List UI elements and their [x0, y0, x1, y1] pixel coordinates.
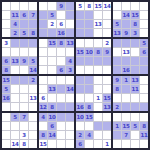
cell-r9c15[interactable]: 13 [131, 76, 139, 84]
cell-r10c1[interactable]: 5 [2, 85, 10, 93]
cell-r4c2[interactable]: 2 [11, 29, 19, 37]
cell-r13c8[interactable] [66, 113, 74, 121]
cell-r3c3[interactable] [20, 20, 28, 28]
cell-r16c10[interactable] [85, 140, 93, 148]
cell-r2c3[interactable]: 6 [20, 11, 28, 19]
cell-r15c14[interactable]: 7 [122, 131, 130, 139]
cell-r8c3[interactable] [20, 66, 28, 74]
cell-r2c11[interactable] [94, 11, 102, 19]
cell-r9c12[interactable] [103, 76, 111, 84]
cell-r2c14[interactable]: 14 [122, 11, 130, 19]
cell-r3c11[interactable]: 13 [94, 20, 102, 28]
cell-r13c12[interactable] [103, 113, 111, 121]
cell-r1c15[interactable] [131, 2, 139, 10]
cell-r3c10[interactable] [85, 20, 93, 28]
cell-r3c6[interactable]: 2 [48, 20, 56, 28]
sudoku-board: 9581514116751415426135825816139331581325… [0, 0, 150, 150]
cell-r8c11[interactable] [94, 66, 102, 74]
cell-r11c3[interactable] [20, 94, 28, 102]
cell-r5c12[interactable]: 2 [103, 39, 111, 47]
cell-r8c10[interactable] [85, 66, 93, 74]
cell-r2c10[interactable] [85, 11, 93, 19]
cell-r14c11[interactable] [94, 122, 102, 130]
cell-r10c3[interactable] [20, 85, 28, 93]
cell-r9c2[interactable] [11, 76, 19, 84]
cell-r6c6[interactable] [48, 48, 56, 56]
cell-r10c11[interactable] [94, 85, 102, 93]
cell-r15c8[interactable] [66, 131, 74, 139]
cell-r13c16[interactable] [140, 113, 148, 121]
cell-r4c13[interactable]: 13 [113, 29, 121, 37]
cell-r11c12[interactable]: 15 [103, 94, 111, 102]
cell-r7c8[interactable]: 4 [66, 57, 74, 65]
cell-r5c2[interactable] [11, 39, 19, 47]
cell-r5c7[interactable]: 8 [57, 39, 65, 47]
cell-r6c2[interactable] [11, 48, 19, 56]
cell-r1c11[interactable]: 15 [94, 2, 102, 10]
cell-r3c2[interactable]: 4 [11, 20, 19, 28]
cell-r11c2[interactable] [11, 94, 19, 102]
cell-r13c9[interactable]: 10 [76, 113, 84, 121]
cell-r14c14[interactable]: 15 [122, 122, 130, 130]
cell-r16c12[interactable]: 1 [103, 140, 111, 148]
cell-r2c2[interactable]: 11 [11, 11, 19, 19]
cell-r3c5[interactable] [39, 20, 47, 28]
cell-r2c13[interactable] [113, 11, 121, 19]
cell-r10c5[interactable] [39, 85, 47, 93]
cell-r10c13[interactable]: 8 [113, 85, 121, 93]
cell-r13c11[interactable] [94, 113, 102, 121]
cell-r6c10[interactable]: 10 [85, 48, 93, 56]
cell-r7c16[interactable] [140, 57, 148, 65]
cell-r6c12[interactable]: 9 [103, 48, 111, 56]
cell-r4c3[interactable]: 5 [20, 29, 28, 37]
cell-r2c15[interactable]: 15 [131, 11, 139, 19]
cell-r16c1[interactable] [2, 140, 10, 148]
cell-r7c11[interactable] [94, 57, 102, 65]
cell-r14c10[interactable] [85, 122, 93, 130]
cell-r6c15[interactable] [131, 48, 139, 56]
cell-r7c10[interactable] [85, 57, 93, 65]
cell-r12c10[interactable]: 8 [85, 103, 93, 111]
cell-r7c6[interactable] [48, 57, 56, 65]
cell-r12c11[interactable] [94, 103, 102, 111]
cell-r3c9[interactable] [76, 20, 84, 28]
cell-r11c4[interactable]: 13 [29, 94, 37, 102]
cell-r7c1[interactable]: 6 [2, 57, 10, 65]
grid-thick-line-horizontal [0, 111, 150, 113]
cell-r15c13[interactable] [113, 131, 121, 139]
cell-r8c4[interactable]: 14 [29, 66, 37, 74]
cell-r5c10[interactable] [85, 39, 93, 47]
cell-r5c3[interactable] [20, 39, 28, 47]
cell-r14c5[interactable] [39, 122, 47, 130]
cell-r3c13[interactable]: 5 [113, 20, 121, 28]
cell-r15c3[interactable]: 3 [20, 131, 28, 139]
cell-r11c15[interactable] [131, 94, 139, 102]
cell-r1c1[interactable] [2, 2, 10, 10]
cell-r11c7[interactable] [57, 94, 65, 102]
cell-r13c3[interactable]: 7 [20, 113, 28, 121]
cell-r4c4[interactable]: 8 [29, 29, 37, 37]
cell-r16c4[interactable] [29, 140, 37, 148]
cell-r5c8[interactable]: 13 [66, 39, 74, 47]
cell-r12c7[interactable] [57, 103, 65, 111]
cell-r7c15[interactable] [131, 57, 139, 65]
cell-r9c9[interactable] [76, 76, 84, 84]
cell-r11c13[interactable] [113, 94, 121, 102]
cell-r15c11[interactable] [94, 131, 102, 139]
cell-r12c14[interactable] [122, 103, 130, 111]
cell-r16c7[interactable] [57, 140, 65, 148]
cell-r1c6[interactable] [48, 2, 56, 10]
cell-r12c15[interactable] [131, 103, 139, 111]
grid-thick-line-vertical [111, 0, 113, 150]
cell-r9c14[interactable]: 1 [122, 76, 130, 84]
cell-r16c16[interactable] [140, 140, 148, 148]
cell-r4c11[interactable] [94, 29, 102, 37]
cell-r14c8[interactable] [66, 122, 74, 130]
cell-r8c14[interactable]: 16 [122, 66, 130, 74]
cell-r11c5[interactable]: 6 [39, 94, 47, 102]
cell-r1c4[interactable] [29, 2, 37, 10]
cell-r14c16[interactable]: 8 [140, 122, 148, 130]
cell-r13c4[interactable] [29, 113, 37, 121]
cell-r5c11[interactable] [94, 39, 102, 47]
cell-r1c16[interactable] [140, 2, 148, 10]
cell-r2c9[interactable] [76, 11, 84, 19]
cell-r1c14[interactable] [122, 2, 130, 10]
cell-r8c13[interactable] [113, 66, 121, 74]
cell-r8c2[interactable] [11, 66, 19, 74]
cell-r13c14[interactable] [122, 113, 130, 121]
cell-r15c15[interactable] [131, 131, 139, 139]
cell-r1c13[interactable] [113, 2, 121, 10]
cell-r11c1[interactable]: 16 [2, 94, 10, 102]
cell-r10c12[interactable] [103, 85, 111, 93]
cell-r5c6[interactable]: 15 [48, 39, 56, 47]
cell-r14c12[interactable] [103, 122, 111, 130]
cell-r11c14[interactable] [122, 94, 130, 102]
cell-r2c8[interactable] [66, 11, 74, 19]
cell-r15c10[interactable]: 4 [85, 131, 93, 139]
cell-r12c16[interactable] [140, 103, 148, 111]
cell-r13c10[interactable]: 15 [85, 113, 93, 121]
cell-r15c2[interactable] [11, 131, 19, 139]
cell-r3c7[interactable]: 6 [57, 20, 65, 28]
cell-r6c8[interactable] [66, 48, 74, 56]
cell-r13c1[interactable] [2, 113, 10, 121]
cell-r9c1[interactable]: 15 [2, 76, 10, 84]
cell-r13c2[interactable]: 5 [11, 113, 19, 121]
cell-r2c1[interactable] [2, 11, 10, 19]
cell-r11c10[interactable] [85, 94, 93, 102]
cell-r9c3[interactable] [20, 76, 28, 84]
cell-r11c11[interactable]: 1 [94, 94, 102, 102]
cell-r2c12[interactable] [103, 11, 111, 19]
cell-r5c5[interactable] [39, 39, 47, 47]
cell-r6c7[interactable] [57, 48, 65, 56]
cell-r9c5[interactable] [39, 76, 47, 84]
cell-r7c9[interactable] [76, 57, 84, 65]
cell-r8c15[interactable] [131, 66, 139, 74]
cell-r16c13[interactable] [113, 140, 121, 148]
cell-r10c9[interactable] [76, 85, 84, 93]
cell-r15c7[interactable] [57, 131, 65, 139]
cell-r16c6[interactable] [48, 140, 56, 148]
cell-r7c13[interactable] [113, 57, 121, 65]
cell-r12c13[interactable]: 2 [113, 103, 121, 111]
cell-r4c14[interactable]: 9 [122, 29, 130, 37]
cell-r6c1[interactable] [2, 48, 10, 56]
cell-r5c9[interactable] [76, 39, 84, 47]
cell-r15c1[interactable] [2, 131, 10, 139]
cell-r5c15[interactable] [131, 39, 139, 47]
cell-r12c3[interactable] [20, 103, 28, 111]
cell-r4c9[interactable] [76, 29, 84, 37]
cell-r7c12[interactable] [103, 57, 111, 65]
cell-r3c1[interactable] [2, 20, 10, 28]
cell-r10c14[interactable] [122, 85, 130, 93]
cell-r14c15[interactable]: 5 [131, 122, 139, 130]
cell-r5c13[interactable] [113, 39, 121, 47]
cell-r1c9[interactable]: 5 [76, 2, 84, 10]
cell-r8c7[interactable]: 6 [57, 66, 65, 74]
cell-r8c5[interactable] [39, 66, 47, 74]
cell-r6c5[interactable] [39, 48, 47, 56]
cell-r13c13[interactable] [113, 113, 121, 121]
cell-r1c3[interactable] [20, 2, 28, 10]
cell-r2c4[interactable]: 7 [29, 11, 37, 19]
cell-r12c9[interactable]: 16 [76, 103, 84, 111]
cell-r11c6[interactable] [48, 94, 56, 102]
cell-r1c2[interactable] [11, 2, 19, 10]
cell-r1c5[interactable] [39, 2, 47, 10]
cell-r13c6[interactable]: 10 [48, 113, 56, 121]
cell-r9c13[interactable]: 9 [113, 76, 121, 84]
cell-r7c3[interactable]: 9 [20, 57, 28, 65]
cell-r4c7[interactable]: 16 [57, 29, 65, 37]
cell-r5c14[interactable] [122, 39, 130, 47]
cell-r3c4[interactable] [29, 20, 37, 28]
cell-r3c12[interactable] [103, 20, 111, 28]
cell-r7c7[interactable] [57, 57, 65, 65]
cell-r2c6[interactable]: 5 [48, 11, 56, 19]
cell-r4c16[interactable] [140, 29, 148, 37]
cell-r14c13[interactable]: 1 [113, 122, 121, 130]
grid-thick-line-vertical [74, 0, 76, 150]
cell-r6c9[interactable]: 15 [76, 48, 84, 56]
cell-r9c8[interactable] [66, 76, 74, 84]
cell-r16c3[interactable]: 8 [20, 140, 28, 148]
cell-r10c7[interactable] [57, 85, 65, 93]
cell-r16c8[interactable] [66, 140, 74, 148]
cell-r9c10[interactable] [85, 76, 93, 84]
cell-r7c2[interactable]: 13 [11, 57, 19, 65]
cell-r16c5[interactable]: 15 [39, 140, 47, 148]
cell-r10c10[interactable] [85, 85, 93, 93]
cell-r3c14[interactable] [122, 20, 130, 28]
cell-r14c3[interactable] [20, 122, 28, 130]
cell-r12c5[interactable]: 12 [39, 103, 47, 111]
cell-r15c6[interactable]: 14 [48, 131, 56, 139]
cell-r6c13[interactable] [113, 48, 121, 56]
cell-r10c15[interactable]: 11 [131, 85, 139, 93]
cell-r9c7[interactable] [57, 76, 65, 84]
cell-r2c5[interactable] [39, 11, 47, 19]
cell-r4c15[interactable]: 3 [131, 29, 139, 37]
cell-r8c9[interactable] [76, 66, 84, 74]
cell-r6c4[interactable] [29, 48, 37, 56]
cell-r4c12[interactable] [103, 29, 111, 37]
cell-r16c11[interactable] [94, 140, 102, 148]
cell-r1c8[interactable] [66, 2, 74, 10]
cell-r8c6[interactable] [48, 66, 56, 74]
cell-r10c6[interactable]: 13 [48, 85, 56, 93]
cell-r10c8[interactable]: 14 [66, 85, 74, 93]
cell-r6c11[interactable]: 8 [94, 48, 102, 56]
cell-r10c16[interactable] [140, 85, 148, 93]
cell-r15c12[interactable] [103, 131, 111, 139]
grid-thick-line-horizontal [0, 148, 150, 150]
cell-r13c5[interactable]: 4 [39, 113, 47, 121]
grid-thick-line-vertical [148, 0, 150, 150]
cell-r9c6[interactable] [48, 76, 56, 84]
cell-r1c7[interactable]: 9 [57, 2, 65, 10]
cell-r5c16[interactable]: 5 [140, 39, 148, 47]
cell-r14c9[interactable] [76, 122, 84, 130]
cell-r14c1[interactable] [2, 122, 10, 130]
cell-r16c14[interactable] [122, 140, 130, 148]
cell-r1c12[interactable]: 14 [103, 2, 111, 10]
cell-r8c12[interactable] [103, 66, 111, 74]
cell-r4c6[interactable] [48, 29, 56, 37]
cell-r16c2[interactable]: 14 [11, 140, 19, 148]
cell-r12c8[interactable] [66, 103, 74, 111]
cell-r15c9[interactable]: 2 [76, 131, 84, 139]
cell-r6c14[interactable]: 13 [122, 48, 130, 56]
cell-r6c3[interactable] [20, 48, 28, 56]
cell-r14c6[interactable]: 6 [48, 122, 56, 130]
cell-r3c15[interactable]: 8 [131, 20, 139, 28]
cell-r12c6[interactable]: 8 [48, 103, 56, 111]
cell-r7c4[interactable]: 5 [29, 57, 37, 65]
cell-r11c9[interactable] [76, 94, 84, 102]
cell-r4c1[interactable] [2, 29, 10, 37]
cell-r9c16[interactable] [140, 76, 148, 84]
cell-r15c16[interactable]: 11 [140, 131, 148, 139]
cell-r5c4[interactable] [29, 39, 37, 47]
cell-r16c9[interactable]: 6 [76, 140, 84, 148]
cell-r11c16[interactable] [140, 94, 148, 102]
cell-r4c10[interactable] [85, 29, 93, 37]
cell-r15c4[interactable] [29, 131, 37, 139]
cell-r12c1[interactable] [2, 103, 10, 111]
cell-r15c5[interactable]: 8 [39, 131, 47, 139]
cell-r16c15[interactable] [131, 140, 139, 148]
cell-r8c16[interactable] [140, 66, 148, 74]
cell-r8c8[interactable]: 3 [66, 66, 74, 74]
cell-r9c4[interactable]: 2 [29, 76, 37, 84]
cell-r2c7[interactable] [57, 11, 65, 19]
cell-r1c10[interactable]: 8 [85, 2, 93, 10]
cell-r14c4[interactable] [29, 122, 37, 130]
cell-r7c5[interactable] [39, 57, 47, 65]
cell-r9c11[interactable] [94, 76, 102, 84]
cell-r10c4[interactable] [29, 85, 37, 93]
cell-r7c14[interactable] [122, 57, 130, 65]
cell-r12c12[interactable]: 13 [103, 103, 111, 111]
cell-r4c8[interactable] [66, 29, 74, 37]
cell-r13c15[interactable] [131, 113, 139, 121]
cell-r3c16[interactable] [140, 20, 148, 28]
cell-r8c1[interactable]: 8 [2, 66, 10, 74]
cell-r14c7[interactable] [57, 122, 65, 130]
cell-r13c7[interactable] [57, 113, 65, 121]
cell-r5c1[interactable]: 3 [2, 39, 10, 47]
cell-r11c8[interactable] [66, 94, 74, 102]
cell-r3c8[interactable] [66, 20, 74, 28]
cell-r2c16[interactable] [140, 11, 148, 19]
cell-r14c2[interactable] [11, 122, 19, 130]
cell-r4c5[interactable] [39, 29, 47, 37]
cell-r6c16[interactable]: 6 [140, 48, 148, 56]
cell-r12c2[interactable] [11, 103, 19, 111]
cell-r12c4[interactable] [29, 103, 37, 111]
cell-r10c2[interactable] [11, 85, 19, 93]
